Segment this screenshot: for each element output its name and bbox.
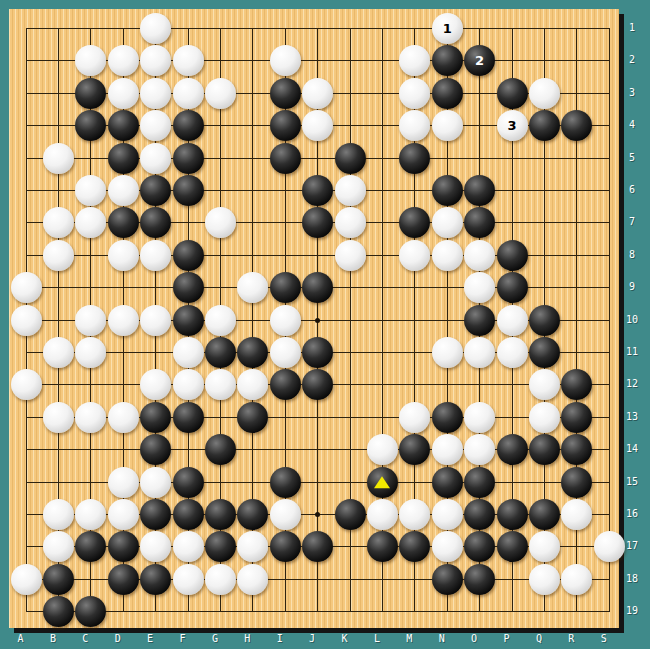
white-stone-E12[interactable] [140, 369, 171, 400]
white-stone-P11[interactable] [497, 337, 528, 368]
black-stone-D17[interactable] [108, 531, 139, 562]
white-stone-J3[interactable] [302, 78, 333, 109]
white-stone-M13[interactable] [399, 402, 430, 433]
black-stone-F10[interactable] [173, 305, 204, 336]
go-review-screen: { "game": "go", "board": { "size": 19, "… [0, 0, 650, 649]
black-stone-G17[interactable] [205, 531, 236, 562]
black-stone-P9[interactable] [497, 272, 528, 303]
row-label-11: 11 [622, 347, 642, 357]
column-label-E: E [140, 634, 160, 644]
black-stone-Q11[interactable] [529, 337, 560, 368]
black-stone-F16[interactable] [173, 499, 204, 530]
white-stone-E10[interactable] [140, 305, 171, 336]
column-label-L: L [367, 634, 387, 644]
white-stone-D16[interactable] [108, 499, 139, 530]
white-stone-G12[interactable] [205, 369, 236, 400]
white-stone-B13[interactable] [43, 402, 74, 433]
black-stone-L15[interactable] [367, 467, 398, 498]
white-stone-G10[interactable] [205, 305, 236, 336]
black-stone-P16[interactable] [497, 499, 528, 530]
column-label-K: K [335, 634, 355, 644]
black-stone-K5[interactable] [335, 143, 366, 174]
white-stone-M3[interactable] [399, 78, 430, 109]
white-stone-B16[interactable] [43, 499, 74, 530]
column-label-S: S [594, 634, 614, 644]
black-stone-N13[interactable] [432, 402, 463, 433]
row-label-2: 2 [622, 55, 642, 65]
row-label-18: 18 [622, 574, 642, 584]
column-label-F: F [173, 634, 193, 644]
white-stone-A12[interactable] [11, 369, 42, 400]
black-stone-D5[interactable] [108, 143, 139, 174]
black-stone-R14[interactable] [561, 434, 592, 465]
white-stone-N17[interactable] [432, 531, 463, 562]
black-stone-I15[interactable] [270, 467, 301, 498]
black-stone-J7[interactable] [302, 207, 333, 238]
white-stone-E15[interactable] [140, 467, 171, 498]
white-stone-E1[interactable] [140, 13, 171, 44]
black-stone-M17[interactable] [399, 531, 430, 562]
black-stone-F6[interactable] [173, 175, 204, 206]
white-stone-N14[interactable] [432, 434, 463, 465]
white-stone-E5[interactable] [140, 143, 171, 174]
row-label-8: 8 [622, 250, 642, 260]
white-stone-C6[interactable] [75, 175, 106, 206]
black-stone-P14[interactable] [497, 434, 528, 465]
black-stone-O15[interactable] [464, 467, 495, 498]
white-stone-D2[interactable] [108, 45, 139, 76]
white-stone-B7[interactable] [43, 207, 74, 238]
black-stone-F8[interactable] [173, 240, 204, 271]
black-stone-O16[interactable] [464, 499, 495, 530]
white-stone-E2[interactable] [140, 45, 171, 76]
black-stone-F9[interactable] [173, 272, 204, 303]
black-stone-F15[interactable] [173, 467, 204, 498]
black-stone-R12[interactable] [561, 369, 592, 400]
white-stone-B17[interactable] [43, 531, 74, 562]
black-stone-H11[interactable] [237, 337, 268, 368]
row-label-19: 19 [622, 606, 642, 616]
black-stone-E16[interactable] [140, 499, 171, 530]
row-label-6: 6 [622, 185, 642, 195]
white-stone-M2[interactable] [399, 45, 430, 76]
column-label-R: R [561, 634, 581, 644]
white-stone-D6[interactable] [108, 175, 139, 206]
white-stone-O13[interactable] [464, 402, 495, 433]
white-stone-K6[interactable] [335, 175, 366, 206]
goban-board[interactable]: 123 [9, 9, 619, 628]
white-stone-S17[interactable] [594, 531, 625, 562]
white-stone-Q18[interactable] [529, 564, 560, 595]
white-stone-C2[interactable] [75, 45, 106, 76]
black-stone-E14[interactable] [140, 434, 171, 465]
column-label-I: I [270, 634, 290, 644]
black-stone-G11[interactable] [205, 337, 236, 368]
white-stone-Q3[interactable] [529, 78, 560, 109]
white-stone-P10[interactable] [497, 305, 528, 336]
white-stone-H17[interactable] [237, 531, 268, 562]
black-stone-L17[interactable] [367, 531, 398, 562]
black-stone-D4[interactable] [108, 110, 139, 141]
white-stone-E8[interactable] [140, 240, 171, 271]
black-stone-C3[interactable] [75, 78, 106, 109]
white-stone-N11[interactable] [432, 337, 463, 368]
grid-line-row-19 [26, 611, 610, 612]
row-label-4: 4 [622, 120, 642, 130]
row-label-12: 12 [622, 379, 642, 389]
white-stone-Q13[interactable] [529, 402, 560, 433]
white-stone-N1[interactable]: 1 [432, 13, 463, 44]
white-stone-K7[interactable] [335, 207, 366, 238]
black-stone-Q10[interactable] [529, 305, 560, 336]
black-stone-R15[interactable] [561, 467, 592, 498]
column-label-Q: Q [529, 634, 549, 644]
black-stone-O6[interactable] [464, 175, 495, 206]
white-stone-M4[interactable] [399, 110, 430, 141]
black-stone-J6[interactable] [302, 175, 333, 206]
black-stone-C4[interactable] [75, 110, 106, 141]
black-stone-P17[interactable] [497, 531, 528, 562]
white-stone-F11[interactable] [173, 337, 204, 368]
black-stone-I3[interactable] [270, 78, 301, 109]
white-stone-C16[interactable] [75, 499, 106, 530]
black-stone-Q4[interactable] [529, 110, 560, 141]
row-label-13: 13 [622, 412, 642, 422]
white-stone-G18[interactable] [205, 564, 236, 595]
white-stone-I10[interactable] [270, 305, 301, 336]
black-stone-C17[interactable] [75, 531, 106, 562]
black-stone-G16[interactable] [205, 499, 236, 530]
white-stone-J4[interactable] [302, 110, 333, 141]
column-label-M: M [399, 634, 419, 644]
black-stone-N18[interactable] [432, 564, 463, 595]
white-stone-O11[interactable] [464, 337, 495, 368]
move-number-label-O2: 2 [475, 54, 484, 67]
black-stone-E7[interactable] [140, 207, 171, 238]
column-label-J: J [302, 634, 322, 644]
white-stone-G3[interactable] [205, 78, 236, 109]
white-stone-A9[interactable] [11, 272, 42, 303]
white-stone-P4[interactable]: 3 [497, 110, 528, 141]
hoshi-point-J16 [315, 512, 320, 517]
column-label-G: G [205, 634, 225, 644]
white-stone-C7[interactable] [75, 207, 106, 238]
black-stone-F13[interactable] [173, 402, 204, 433]
white-stone-B11[interactable] [43, 337, 74, 368]
row-label-3: 3 [622, 88, 642, 98]
white-stone-E4[interactable] [140, 110, 171, 141]
white-stone-Q12[interactable] [529, 369, 560, 400]
white-stone-H18[interactable] [237, 564, 268, 595]
white-stone-N7[interactable] [432, 207, 463, 238]
black-stone-O17[interactable] [464, 531, 495, 562]
white-stone-O8[interactable] [464, 240, 495, 271]
white-stone-C11[interactable] [75, 337, 106, 368]
white-stone-E3[interactable] [140, 78, 171, 109]
white-stone-N4[interactable] [432, 110, 463, 141]
white-stone-I16[interactable] [270, 499, 301, 530]
white-stone-N16[interactable] [432, 499, 463, 530]
white-stone-R16[interactable] [561, 499, 592, 530]
black-stone-F4[interactable] [173, 110, 204, 141]
row-label-7: 7 [622, 217, 642, 227]
black-stone-H16[interactable] [237, 499, 268, 530]
white-stone-F3[interactable] [173, 78, 204, 109]
white-stone-R18[interactable] [561, 564, 592, 595]
black-stone-M5[interactable] [399, 143, 430, 174]
black-stone-N3[interactable] [432, 78, 463, 109]
black-stone-J11[interactable] [302, 337, 333, 368]
black-stone-J9[interactable] [302, 272, 333, 303]
black-stone-D18[interactable] [108, 564, 139, 595]
black-stone-M7[interactable] [399, 207, 430, 238]
row-label-16: 16 [622, 509, 642, 519]
black-stone-K16[interactable] [335, 499, 366, 530]
column-label-O: O [464, 634, 484, 644]
black-stone-H13[interactable] [237, 402, 268, 433]
black-stone-O10[interactable] [464, 305, 495, 336]
black-stone-N15[interactable] [432, 467, 463, 498]
black-stone-I4[interactable] [270, 110, 301, 141]
black-stone-E6[interactable] [140, 175, 171, 206]
white-stone-L16[interactable] [367, 499, 398, 530]
white-stone-D3[interactable] [108, 78, 139, 109]
row-label-17: 17 [622, 541, 642, 551]
black-stone-O7[interactable] [464, 207, 495, 238]
column-label-H: H [237, 634, 257, 644]
white-stone-F2[interactable] [173, 45, 204, 76]
white-stone-Q17[interactable] [529, 531, 560, 562]
white-stone-I2[interactable] [270, 45, 301, 76]
black-stone-O2[interactable]: 2 [464, 45, 495, 76]
black-stone-F5[interactable] [173, 143, 204, 174]
white-stone-F17[interactable] [173, 531, 204, 562]
black-stone-N2[interactable] [432, 45, 463, 76]
row-label-9: 9 [622, 282, 642, 292]
white-stone-D10[interactable] [108, 305, 139, 336]
white-stone-C10[interactable] [75, 305, 106, 336]
black-stone-I5[interactable] [270, 143, 301, 174]
column-label-A: A [11, 634, 31, 644]
white-stone-K8[interactable] [335, 240, 366, 271]
black-stone-P8[interactable] [497, 240, 528, 271]
black-stone-B19[interactable] [43, 596, 74, 627]
row-label-10: 10 [622, 315, 642, 325]
white-stone-D15[interactable] [108, 467, 139, 498]
white-stone-H9[interactable] [237, 272, 268, 303]
black-stone-R4[interactable] [561, 110, 592, 141]
row-label-5: 5 [622, 153, 642, 163]
white-stone-O14[interactable] [464, 434, 495, 465]
black-stone-Q14[interactable] [529, 434, 560, 465]
white-stone-H12[interactable] [237, 369, 268, 400]
white-stone-D8[interactable] [108, 240, 139, 271]
black-stone-E18[interactable] [140, 564, 171, 595]
black-stone-G14[interactable] [205, 434, 236, 465]
white-stone-F12[interactable] [173, 369, 204, 400]
black-stone-M14[interactable] [399, 434, 430, 465]
black-stone-I12[interactable] [270, 369, 301, 400]
black-stone-E13[interactable] [140, 402, 171, 433]
row-label-14: 14 [622, 444, 642, 454]
column-label-C: C [75, 634, 95, 644]
triangle-marker-icon [374, 476, 390, 488]
black-stone-N6[interactable] [432, 175, 463, 206]
black-stone-J12[interactable] [302, 369, 333, 400]
white-stone-I11[interactable] [270, 337, 301, 368]
white-stone-L14[interactable] [367, 434, 398, 465]
row-label-1: 1 [622, 23, 642, 33]
black-stone-I17[interactable] [270, 531, 301, 562]
hoshi-point-J10 [315, 318, 320, 323]
black-stone-R13[interactable] [561, 402, 592, 433]
white-stone-N8[interactable] [432, 240, 463, 271]
white-stone-A10[interactable] [11, 305, 42, 336]
white-stone-F18[interactable] [173, 564, 204, 595]
white-stone-G7[interactable] [205, 207, 236, 238]
black-stone-D7[interactable] [108, 207, 139, 238]
white-stone-E17[interactable] [140, 531, 171, 562]
column-label-N: N [432, 634, 452, 644]
black-stone-P3[interactable] [497, 78, 528, 109]
black-stone-I9[interactable] [270, 272, 301, 303]
black-stone-J17[interactable] [302, 531, 333, 562]
column-label-D: D [108, 634, 128, 644]
white-stone-M16[interactable] [399, 499, 430, 530]
move-number-label-N1: 1 [443, 22, 452, 35]
white-stone-O9[interactable] [464, 272, 495, 303]
white-stone-B8[interactable] [43, 240, 74, 271]
white-stone-B5[interactable] [43, 143, 74, 174]
white-stone-A18[interactable] [11, 564, 42, 595]
white-stone-C13[interactable] [75, 402, 106, 433]
white-stone-M8[interactable] [399, 240, 430, 271]
black-stone-B18[interactable] [43, 564, 74, 595]
white-stone-D13[interactable] [108, 402, 139, 433]
grid-line-col-S [609, 28, 610, 612]
column-label-P: P [497, 634, 517, 644]
black-stone-C19[interactable] [75, 596, 106, 627]
move-number-label-P4: 3 [507, 119, 516, 132]
black-stone-O18[interactable] [464, 564, 495, 595]
row-label-15: 15 [622, 477, 642, 487]
black-stone-Q16[interactable] [529, 499, 560, 530]
column-label-B: B [43, 634, 63, 644]
